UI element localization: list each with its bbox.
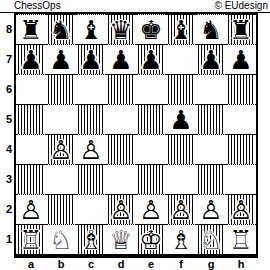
file-label-g: g: [196, 258, 226, 270]
piece-white-pawn: ♙: [49, 136, 72, 164]
square-g5[interactable]: [196, 104, 226, 134]
piece-black-pawn: ♟: [109, 46, 132, 74]
square-b1[interactable]: ♘: [46, 224, 76, 254]
piece-black-knight: ♞: [199, 16, 222, 44]
square-a6[interactable]: [16, 74, 46, 104]
piece-white-rook: ♖: [19, 226, 42, 254]
piece-black-pawn: ♟: [49, 46, 72, 74]
square-c2[interactable]: [76, 194, 106, 224]
piece-white-knight: ♘: [199, 226, 222, 254]
square-b2[interactable]: [46, 194, 76, 224]
square-g7[interactable]: ♟: [196, 44, 226, 74]
square-c4[interactable]: ♙: [76, 134, 106, 164]
square-e3[interactable]: [136, 164, 166, 194]
square-d3[interactable]: [106, 164, 136, 194]
file-labels: abcdefgh: [16, 258, 256, 270]
square-a1[interactable]: ♖: [16, 224, 46, 254]
square-g2[interactable]: ♙: [196, 194, 226, 224]
app-title: ChessOps: [14, 0, 61, 12]
chessops-window: ChessOps © EUdesign 87654321 ♜♞♝♛♚♝♞♜♟♟♟…: [0, 0, 270, 270]
square-e7[interactable]: ♟: [136, 44, 166, 74]
piece-black-pawn: ♟: [139, 46, 162, 74]
square-e8[interactable]: ♚: [136, 14, 166, 44]
rank-label-4: 4: [0, 134, 12, 164]
file-label-h: h: [226, 258, 256, 270]
file-label-c: c: [76, 258, 106, 270]
piece-white-rook: ♖: [229, 226, 252, 254]
piece-black-bishop: ♝: [169, 16, 192, 44]
square-a2[interactable]: ♙: [16, 194, 46, 224]
square-a3[interactable]: [16, 164, 46, 194]
square-g4[interactable]: [196, 134, 226, 164]
file-label-e: e: [136, 258, 166, 270]
piece-white-pawn: ♙: [79, 136, 102, 164]
piece-white-bishop: ♗: [169, 226, 192, 254]
square-b7[interactable]: ♟: [46, 44, 76, 74]
file-label-b: b: [46, 258, 76, 270]
square-h5[interactable]: [226, 104, 256, 134]
square-h6[interactable]: [226, 74, 256, 104]
square-e5[interactable]: [136, 104, 166, 134]
rank-label-6: 6: [0, 74, 12, 104]
square-h2[interactable]: ♙: [226, 194, 256, 224]
square-a8[interactable]: ♜: [16, 14, 46, 44]
piece-white-bishop: ♗: [79, 226, 102, 254]
piece-black-pawn: ♟: [169, 106, 192, 134]
rank-label-7: 7: [0, 44, 12, 74]
piece-black-pawn: ♟: [19, 46, 42, 74]
piece-black-knight: ♞: [49, 16, 72, 44]
credit-text: © EUdesign: [214, 0, 268, 12]
square-e4[interactable]: [136, 134, 166, 164]
piece-white-king: ♔: [139, 226, 162, 254]
square-c3[interactable]: [76, 164, 106, 194]
square-d4[interactable]: [106, 134, 136, 164]
piece-white-pawn: ♙: [229, 196, 252, 224]
square-h4[interactable]: [226, 134, 256, 164]
square-e6[interactable]: [136, 74, 166, 104]
rank-label-1: 1: [0, 224, 12, 254]
square-h1[interactable]: ♖: [226, 224, 256, 254]
square-h8[interactable]: ♜: [226, 14, 256, 44]
piece-white-pawn: ♙: [199, 196, 222, 224]
square-c8[interactable]: ♝: [76, 14, 106, 44]
piece-black-bishop: ♝: [79, 16, 102, 44]
rank-label-2: 2: [0, 194, 12, 224]
square-d1[interactable]: ♕: [106, 224, 136, 254]
rank-label-3: 3: [0, 164, 12, 194]
piece-black-rook: ♜: [229, 16, 252, 44]
square-c5[interactable]: [76, 104, 106, 134]
file-label-d: d: [106, 258, 136, 270]
square-c7[interactable]: ♟: [76, 44, 106, 74]
square-f6[interactable]: [166, 74, 196, 104]
square-h3[interactable]: [226, 164, 256, 194]
square-f4[interactable]: [166, 134, 196, 164]
square-d8[interactable]: ♛: [106, 14, 136, 44]
piece-white-pawn: ♙: [139, 196, 162, 224]
square-b6[interactable]: [46, 74, 76, 104]
rank-labels: 87654321: [0, 14, 14, 254]
square-a7[interactable]: ♟: [16, 44, 46, 74]
piece-black-pawn: ♟: [199, 46, 222, 74]
square-a4[interactable]: [16, 134, 46, 164]
file-label-f: f: [166, 258, 196, 270]
title-bar: ChessOps © EUdesign: [0, 0, 270, 13]
square-a5[interactable]: [16, 104, 46, 134]
piece-black-queen: ♛: [109, 16, 132, 44]
square-d6[interactable]: [106, 74, 136, 104]
square-e2[interactable]: ♙: [136, 194, 166, 224]
square-f1[interactable]: ♗: [166, 224, 196, 254]
piece-black-rook: ♜: [19, 16, 42, 44]
square-c6[interactable]: [76, 74, 106, 104]
rank-label-5: 5: [0, 104, 12, 134]
piece-black-king: ♚: [139, 16, 162, 44]
square-f7[interactable]: [166, 44, 196, 74]
square-g6[interactable]: [196, 74, 226, 104]
piece-white-pawn: ♙: [19, 196, 42, 224]
square-d2[interactable]: ♙: [106, 194, 136, 224]
square-f2[interactable]: ♙: [166, 194, 196, 224]
square-b5[interactable]: [46, 104, 76, 134]
square-g3[interactable]: [196, 164, 226, 194]
board-frame: ♜♞♝♛♚♝♞♜♟♟♟♟♟♟♟♟♙♙♙♙♙♙♙♙♖♘♗♕♔♗♘♖: [14, 13, 258, 258]
rank-label-8: 8: [0, 14, 12, 44]
square-g1[interactable]: ♘: [196, 224, 226, 254]
square-c1[interactable]: ♗: [76, 224, 106, 254]
file-label-a: a: [16, 258, 46, 270]
square-h7[interactable]: ♟: [226, 44, 256, 74]
square-d5[interactable]: [106, 104, 136, 134]
square-b8[interactable]: ♞: [46, 14, 76, 44]
square-f5[interactable]: ♟: [166, 104, 196, 134]
square-b4[interactable]: ♙: [46, 134, 76, 164]
square-d7[interactable]: ♟: [106, 44, 136, 74]
square-e1[interactable]: ♔: [136, 224, 166, 254]
piece-white-pawn: ♙: [109, 196, 132, 224]
piece-black-pawn: ♟: [229, 46, 252, 74]
square-f3[interactable]: [166, 164, 196, 194]
square-f8[interactable]: ♝: [166, 14, 196, 44]
square-g8[interactable]: ♞: [196, 14, 226, 44]
piece-white-queen: ♕: [109, 226, 132, 254]
chess-board: ♜♞♝♛♚♝♞♜♟♟♟♟♟♟♟♟♙♙♙♙♙♙♙♙♖♘♗♕♔♗♘♖: [16, 14, 256, 254]
piece-black-pawn: ♟: [79, 46, 102, 74]
piece-white-pawn: ♙: [169, 196, 192, 224]
square-b3[interactable]: [46, 164, 76, 194]
piece-white-knight: ♘: [49, 226, 72, 254]
